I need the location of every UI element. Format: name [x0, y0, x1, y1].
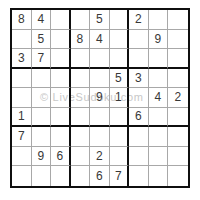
- cell-r1c8[interactable]: [149, 10, 169, 30]
- cell-r9c8[interactable]: [149, 166, 169, 186]
- cell-r3c3[interactable]: [51, 49, 71, 69]
- cell-r3c6[interactable]: [110, 49, 130, 69]
- cell-r4c8[interactable]: [149, 69, 169, 89]
- cell-r2c9[interactable]: [168, 30, 188, 50]
- cell-r4c4[interactable]: [71, 69, 91, 89]
- cell-r1c6[interactable]: [110, 10, 130, 30]
- cell-r7c3[interactable]: [51, 127, 71, 147]
- cell-r5c8[interactable]: 4: [149, 88, 169, 108]
- cell-r2c6[interactable]: [110, 30, 130, 50]
- cell-r4c2[interactable]: [32, 69, 52, 89]
- cell-r6c8[interactable]: [149, 108, 169, 128]
- cell-r3c2[interactable]: 7: [32, 49, 52, 69]
- cell-r7c2[interactable]: [32, 127, 52, 147]
- cell-r1c3[interactable]: [51, 10, 71, 30]
- cell-r4c7[interactable]: 3: [129, 69, 149, 89]
- cell-r9c3[interactable]: [51, 166, 71, 186]
- cell-r3c7[interactable]: [129, 49, 149, 69]
- cell-r3c8[interactable]: [149, 49, 169, 69]
- cell-r8c4[interactable]: [71, 147, 91, 167]
- cell-r1c2[interactable]: 4: [32, 10, 52, 30]
- cell-r1c5[interactable]: 5: [90, 10, 110, 30]
- cell-r3c9[interactable]: [168, 49, 188, 69]
- cell-r5c2[interactable]: [32, 88, 52, 108]
- cell-r1c9[interactable]: [168, 10, 188, 30]
- cell-r3c4[interactable]: [71, 49, 91, 69]
- cell-r5c1[interactable]: [12, 88, 32, 108]
- cell-r7c4[interactable]: [71, 127, 91, 147]
- cell-r5c7[interactable]: [129, 88, 149, 108]
- cell-r1c7[interactable]: 2: [129, 10, 149, 30]
- cell-r4c1[interactable]: [12, 69, 32, 89]
- cell-r1c4[interactable]: [71, 10, 91, 30]
- cell-r9c4[interactable]: [71, 166, 91, 186]
- cell-r5c3[interactable]: [51, 88, 71, 108]
- cell-r6c3[interactable]: [51, 108, 71, 128]
- cell-r4c6[interactable]: 5: [110, 69, 130, 89]
- cell-r6c4[interactable]: [71, 108, 91, 128]
- cell-r6c1[interactable]: 1: [12, 108, 32, 128]
- cell-r9c9[interactable]: [168, 166, 188, 186]
- cell-r6c6[interactable]: [110, 108, 130, 128]
- cell-r9c5[interactable]: 6: [90, 166, 110, 186]
- cell-r8c2[interactable]: 9: [32, 147, 52, 167]
- sudoku-grid: 845258493753914216796267: [10, 8, 190, 188]
- cell-r2c7[interactable]: [129, 30, 149, 50]
- cell-r3c5[interactable]: [90, 49, 110, 69]
- cell-r8c8[interactable]: [149, 147, 169, 167]
- cell-r7c1[interactable]: 7: [12, 127, 32, 147]
- cell-r8c5[interactable]: 2: [90, 147, 110, 167]
- cell-r2c5[interactable]: 4: [90, 30, 110, 50]
- cell-r8c9[interactable]: [168, 147, 188, 167]
- cell-r9c6[interactable]: 7: [110, 166, 130, 186]
- cell-r4c3[interactable]: [51, 69, 71, 89]
- cell-r7c5[interactable]: [90, 127, 110, 147]
- cell-r7c6[interactable]: [110, 127, 130, 147]
- cell-r2c2[interactable]: 5: [32, 30, 52, 50]
- cell-r5c4[interactable]: [71, 88, 91, 108]
- cell-r7c7[interactable]: [129, 127, 149, 147]
- cell-r5c5[interactable]: 9: [90, 88, 110, 108]
- cell-r6c2[interactable]: [32, 108, 52, 128]
- cell-r2c4[interactable]: 8: [71, 30, 91, 50]
- cell-r5c6[interactable]: 1: [110, 88, 130, 108]
- cell-r6c5[interactable]: [90, 108, 110, 128]
- cell-r8c6[interactable]: [110, 147, 130, 167]
- cell-r2c3[interactable]: [51, 30, 71, 50]
- cell-r1c1[interactable]: 8: [12, 10, 32, 30]
- cell-r2c1[interactable]: [12, 30, 32, 50]
- cell-r8c1[interactable]: [12, 147, 32, 167]
- cell-r5c9[interactable]: 2: [168, 88, 188, 108]
- cell-r3c1[interactable]: 3: [12, 49, 32, 69]
- cell-r6c9[interactable]: [168, 108, 188, 128]
- sudoku-board: © LiveSudoku.com 84525849375391421679626…: [10, 8, 190, 188]
- cell-r8c7[interactable]: [129, 147, 149, 167]
- cell-r4c5[interactable]: [90, 69, 110, 89]
- cell-r2c8[interactable]: 9: [149, 30, 169, 50]
- cell-r9c1[interactable]: [12, 166, 32, 186]
- cell-r9c7[interactable]: [129, 166, 149, 186]
- cell-r4c9[interactable]: [168, 69, 188, 89]
- cell-r7c8[interactable]: [149, 127, 169, 147]
- cell-r9c2[interactable]: [32, 166, 52, 186]
- cell-r7c9[interactable]: [168, 127, 188, 147]
- cell-r6c7[interactable]: 6: [129, 108, 149, 128]
- cell-r8c3[interactable]: 6: [51, 147, 71, 167]
